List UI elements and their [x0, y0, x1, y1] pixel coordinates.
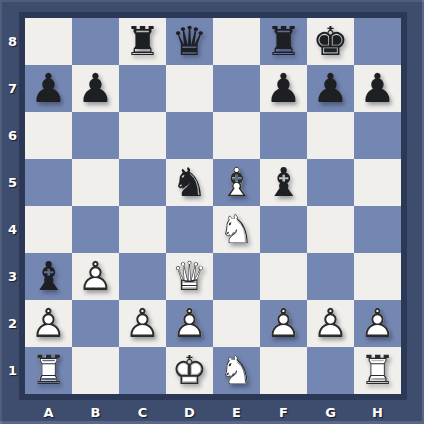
square-g2[interactable]: ♟♙ [307, 300, 354, 347]
square-a8[interactable] [25, 18, 72, 65]
square-a5[interactable] [25, 159, 72, 206]
square-g1[interactable] [307, 347, 354, 394]
square-c8[interactable]: ♜ [119, 18, 166, 65]
square-b6[interactable] [72, 112, 119, 159]
file-label-a: A [25, 400, 72, 424]
piece-black-bishop[interactable]: ♝ [260, 159, 307, 206]
square-d3[interactable]: ♛♕ [166, 253, 213, 300]
square-b2[interactable] [72, 300, 119, 347]
piece-black-queen[interactable]: ♛ [166, 18, 213, 65]
square-f5[interactable]: ♝ [260, 159, 307, 206]
square-f4[interactable] [260, 206, 307, 253]
board-border: ♜♛♜♚♟♟♟♟♟♞♝♗♝♞♘♝♟♙♛♕♟♙♟♙♟♙♟♙♟♙♟♙♜♖♚♔♞♘♜♖ [19, 12, 407, 400]
square-c5[interactable] [119, 159, 166, 206]
square-b3[interactable]: ♟♙ [72, 253, 119, 300]
square-d1[interactable]: ♚♔ [166, 347, 213, 394]
piece-black-pawn[interactable]: ♟ [307, 65, 354, 112]
square-g5[interactable] [307, 159, 354, 206]
square-a4[interactable] [25, 206, 72, 253]
piece-white-pawn[interactable]: ♟♙ [354, 300, 401, 347]
square-h1[interactable]: ♜♖ [354, 347, 401, 394]
square-h8[interactable] [354, 18, 401, 65]
square-d7[interactable] [166, 65, 213, 112]
piece-white-pawn[interactable]: ♟♙ [72, 253, 119, 300]
piece-white-bishop[interactable]: ♝♗ [213, 159, 260, 206]
file-label-e: E [213, 400, 260, 424]
piece-black-rook[interactable]: ♜ [119, 18, 166, 65]
square-e4[interactable]: ♞♘ [213, 206, 260, 253]
chess-board[interactable]: ♜♛♜♚♟♟♟♟♟♞♝♗♝♞♘♝♟♙♛♕♟♙♟♙♟♙♟♙♟♙♟♙♜♖♚♔♞♘♜♖ [25, 18, 401, 394]
square-f7[interactable]: ♟ [260, 65, 307, 112]
piece-black-king[interactable]: ♚ [307, 18, 354, 65]
piece-white-knight[interactable]: ♞♘ [213, 206, 260, 253]
piece-white-king[interactable]: ♚♔ [166, 347, 213, 394]
square-f8[interactable]: ♜ [260, 18, 307, 65]
square-d4[interactable] [166, 206, 213, 253]
square-a3[interactable]: ♝ [25, 253, 72, 300]
piece-white-knight[interactable]: ♞♘ [213, 347, 260, 394]
piece-black-pawn[interactable]: ♟ [354, 65, 401, 112]
file-label-c: C [119, 400, 166, 424]
square-a7[interactable]: ♟ [25, 65, 72, 112]
square-d6[interactable] [166, 112, 213, 159]
piece-white-pawn[interactable]: ♟♙ [166, 300, 213, 347]
square-d2[interactable]: ♟♙ [166, 300, 213, 347]
piece-black-rook[interactable]: ♜ [260, 18, 307, 65]
square-h7[interactable]: ♟ [354, 65, 401, 112]
square-d8[interactable]: ♛ [166, 18, 213, 65]
piece-black-knight[interactable]: ♞ [166, 159, 213, 206]
square-b8[interactable] [72, 18, 119, 65]
square-h4[interactable] [354, 206, 401, 253]
piece-white-pawn[interactable]: ♟♙ [307, 300, 354, 347]
square-g4[interactable] [307, 206, 354, 253]
square-g6[interactable] [307, 112, 354, 159]
square-e6[interactable] [213, 112, 260, 159]
piece-black-pawn[interactable]: ♟ [25, 65, 72, 112]
square-h6[interactable] [354, 112, 401, 159]
square-h5[interactable] [354, 159, 401, 206]
square-h3[interactable] [354, 253, 401, 300]
square-f1[interactable] [260, 347, 307, 394]
piece-black-pawn[interactable]: ♟ [260, 65, 307, 112]
piece-white-pawn[interactable]: ♟♙ [260, 300, 307, 347]
piece-white-rook[interactable]: ♜♖ [25, 347, 72, 394]
square-f3[interactable] [260, 253, 307, 300]
square-e2[interactable] [213, 300, 260, 347]
piece-white-queen[interactable]: ♛♕ [166, 253, 213, 300]
square-e3[interactable] [213, 253, 260, 300]
square-a6[interactable] [25, 112, 72, 159]
file-label-h: H [354, 400, 401, 424]
file-labels: ABCDEFGH [25, 400, 401, 424]
square-b4[interactable] [72, 206, 119, 253]
file-label-g: G [307, 400, 354, 424]
file-label-d: D [166, 400, 213, 424]
square-h2[interactable]: ♟♙ [354, 300, 401, 347]
square-g8[interactable]: ♚ [307, 18, 354, 65]
square-c6[interactable] [119, 112, 166, 159]
square-b7[interactable]: ♟ [72, 65, 119, 112]
square-e5[interactable]: ♝♗ [213, 159, 260, 206]
square-f6[interactable] [260, 112, 307, 159]
square-c4[interactable] [119, 206, 166, 253]
square-a2[interactable]: ♟♙ [25, 300, 72, 347]
square-g7[interactable]: ♟ [307, 65, 354, 112]
square-e7[interactable] [213, 65, 260, 112]
square-c3[interactable] [119, 253, 166, 300]
square-b5[interactable] [72, 159, 119, 206]
square-c2[interactable]: ♟♙ [119, 300, 166, 347]
file-label-f: F [260, 400, 307, 424]
piece-white-rook[interactable]: ♜♖ [354, 347, 401, 394]
square-d5[interactable]: ♞ [166, 159, 213, 206]
piece-black-pawn[interactable]: ♟ [72, 65, 119, 112]
square-a1[interactable]: ♜♖ [25, 347, 72, 394]
square-e8[interactable] [213, 18, 260, 65]
piece-white-pawn[interactable]: ♟♙ [119, 300, 166, 347]
piece-black-bishop[interactable]: ♝ [25, 253, 72, 300]
square-f2[interactable]: ♟♙ [260, 300, 307, 347]
file-label-b: B [72, 400, 119, 424]
square-b1[interactable] [72, 347, 119, 394]
chess-board-frame: 87654321 ABCDEFGH ♜♛♜♚♟♟♟♟♟♞♝♗♝♞♘♝♟♙♛♕♟♙… [0, 0, 424, 424]
square-c1[interactable] [119, 347, 166, 394]
square-c7[interactable] [119, 65, 166, 112]
square-e1[interactable]: ♞♘ [213, 347, 260, 394]
square-g3[interactable] [307, 253, 354, 300]
piece-white-pawn[interactable]: ♟♙ [25, 300, 72, 347]
